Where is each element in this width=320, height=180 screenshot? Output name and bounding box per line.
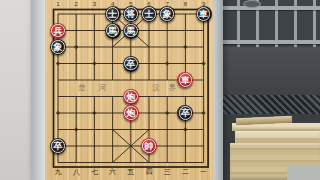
file-label-top: 1 — [53, 1, 63, 8]
piece-black-士[interactable]: 士 — [105, 6, 121, 22]
file-label-top: 2 — [71, 1, 81, 8]
piece-glyph: 炮 — [126, 89, 135, 105]
piece-glyph: 馬 — [126, 23, 135, 39]
river-label-left: 楚河 — [78, 83, 119, 93]
file-label-bottom: 三 — [162, 168, 172, 175]
piece-black-将[interactable]: 将 — [123, 6, 139, 22]
piece-glyph: 卒 — [181, 105, 190, 121]
file-label-bottom: 八 — [71, 168, 81, 175]
file-label-bottom: 一 — [199, 168, 209, 175]
window-grille — [221, 0, 320, 47]
piece-glyph: 馬 — [108, 23, 117, 39]
book-stack — [221, 110, 320, 180]
grille-ornament — [243, 0, 261, 8]
piece-black-卒[interactable]: 卒 — [50, 138, 66, 154]
piece-black-馬[interactable]: 馬 — [105, 23, 121, 39]
piece-red-兵[interactable]: 兵 — [50, 23, 66, 39]
piece-glyph: 士 — [108, 6, 117, 22]
file-label-top: 3 — [89, 1, 99, 8]
piece-glyph: 炮 — [126, 105, 135, 121]
piece-black-士[interactable]: 士 — [141, 6, 157, 22]
grille-bar-horizontal — [221, 6, 320, 10]
piece-glyph: 兵 — [54, 23, 63, 39]
piece-glyph: 象 — [163, 6, 172, 22]
file-label-bottom: 二 — [180, 168, 190, 175]
file-label-bottom: 五 — [126, 168, 136, 175]
piece-glyph: 士 — [145, 6, 154, 22]
piece-black-馬[interactable]: 馬 — [123, 23, 139, 39]
piece-red-炮[interactable]: 炮 — [123, 89, 139, 105]
piece-glyph: 卒 — [54, 138, 63, 154]
piece-glyph: 帥 — [145, 138, 154, 154]
file-label-bottom: 七 — [89, 168, 99, 175]
file-label-bottom: 六 — [108, 168, 118, 175]
piece-red-帥[interactable]: 帥 — [141, 138, 157, 154]
dark-wall — [221, 47, 320, 95]
file-label-bottom: 九 — [53, 168, 63, 175]
piece-glyph: 卒 — [126, 56, 135, 72]
piece-glyph: 象 — [54, 39, 63, 55]
grille-bar-horizontal — [221, 40, 320, 44]
piece-black-車[interactable]: 車 — [196, 6, 212, 22]
book-gray — [287, 166, 320, 180]
scene: 123456789 九八七六五四三二一 楚河 汉界 士将士象車兵馬馬象卒車炮炮卒… — [0, 0, 320, 180]
file-label-top: 8 — [180, 1, 190, 8]
piece-glyph: 将 — [126, 6, 135, 22]
file-label-bottom: 四 — [144, 168, 154, 175]
piece-glyph: 車 — [199, 6, 208, 22]
piece-black-象[interactable]: 象 — [50, 39, 66, 55]
piece-black-卒[interactable]: 卒 — [123, 56, 139, 72]
piece-red-炮[interactable]: 炮 — [123, 105, 139, 121]
book-spine — [235, 131, 320, 143]
piece-glyph: 車 — [181, 72, 190, 88]
